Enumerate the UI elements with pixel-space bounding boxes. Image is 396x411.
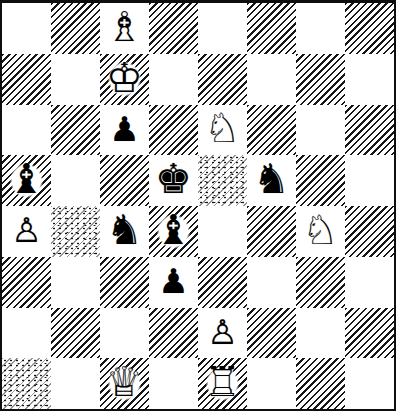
piece-halo: ♟ xyxy=(149,257,198,308)
square-d7[interactable] xyxy=(149,54,198,105)
square-h6[interactable] xyxy=(345,105,394,156)
square-f4[interactable] xyxy=(247,206,296,257)
white-queen-piece[interactable]: ♕ xyxy=(106,362,143,403)
white-king-piece[interactable]: ♔ xyxy=(106,58,143,99)
piece-halo: ♗ xyxy=(100,3,149,54)
square-c2[interactable] xyxy=(100,308,149,359)
square-a4[interactable]: ♙ xyxy=(2,206,51,257)
piece-halo: ♝ xyxy=(5,158,48,204)
square-b1[interactable] xyxy=(51,358,100,409)
square-d4[interactable]: ♝ xyxy=(149,206,198,257)
piece-halo: ♘ xyxy=(198,105,247,156)
white-bishop-piece[interactable]: ♗ xyxy=(106,7,143,48)
black-king-piece[interactable]: ♚ xyxy=(155,159,192,200)
piece-halo: ♙ xyxy=(2,206,51,257)
square-d6[interactable] xyxy=(149,105,198,156)
square-e3[interactable] xyxy=(198,257,247,308)
square-e7[interactable] xyxy=(198,54,247,105)
square-e8[interactable] xyxy=(198,3,247,54)
piece-halo: ♞ xyxy=(100,206,149,257)
square-g1[interactable] xyxy=(296,358,345,409)
square-g7[interactable] xyxy=(296,54,345,105)
square-d1[interactable] xyxy=(149,358,198,409)
white-knight-piece[interactable]: ♘ xyxy=(302,210,339,251)
black-knight-piece[interactable]: ♞ xyxy=(106,210,143,251)
square-g4[interactable]: ♘ xyxy=(296,206,345,257)
black-pawn-piece[interactable]: ♟ xyxy=(109,112,139,146)
chess-diagram: ♗♔♟♘♝♚♞♙♞♝♘♟♙♕♖ xyxy=(0,0,396,411)
black-knight-piece[interactable]: ♞ xyxy=(253,159,290,200)
black-bishop-piece[interactable]: ♝ xyxy=(8,159,45,200)
square-e2[interactable]: ♙ xyxy=(198,308,247,359)
square-h1[interactable] xyxy=(345,358,394,409)
square-f7[interactable] xyxy=(247,54,296,105)
square-e1[interactable]: ♖ xyxy=(198,358,247,409)
square-f3[interactable] xyxy=(247,257,296,308)
square-c5[interactable] xyxy=(100,155,149,206)
square-b4[interactable] xyxy=(51,206,100,257)
piece-halo: ♝ xyxy=(152,209,195,255)
piece-halo: ♞ xyxy=(247,155,296,206)
square-c3[interactable] xyxy=(100,257,149,308)
square-f8[interactable] xyxy=(247,3,296,54)
square-a3[interactable] xyxy=(2,257,51,308)
square-d5[interactable]: ♚ xyxy=(149,155,198,206)
square-h4[interactable] xyxy=(345,206,394,257)
piece-halo: ♕ xyxy=(103,361,146,407)
chess-board: ♗♔♟♘♝♚♞♙♞♝♘♟♙♕♖ xyxy=(0,0,396,411)
square-f6[interactable] xyxy=(247,105,296,156)
square-c8[interactable]: ♗ xyxy=(100,3,149,54)
square-h3[interactable] xyxy=(345,257,394,308)
square-h2[interactable] xyxy=(345,308,394,359)
square-b7[interactable] xyxy=(51,54,100,105)
piece-halo: ♟ xyxy=(100,105,149,156)
piece-halo: ♘ xyxy=(296,206,345,257)
square-a8[interactable] xyxy=(2,3,51,54)
square-b3[interactable] xyxy=(51,257,100,308)
square-b6[interactable] xyxy=(51,105,100,156)
square-e6[interactable]: ♘ xyxy=(198,105,247,156)
square-d3[interactable]: ♟ xyxy=(149,257,198,308)
square-c1[interactable]: ♕ xyxy=(100,358,149,409)
square-f5[interactable]: ♞ xyxy=(247,155,296,206)
square-g8[interactable] xyxy=(296,3,345,54)
square-b5[interactable] xyxy=(51,155,100,206)
white-knight-piece[interactable]: ♘ xyxy=(204,108,241,149)
piece-halo: ♖ xyxy=(201,361,244,407)
square-b8[interactable] xyxy=(51,3,100,54)
square-f1[interactable] xyxy=(247,358,296,409)
square-b2[interactable] xyxy=(51,308,100,359)
square-c6[interactable]: ♟ xyxy=(100,105,149,156)
square-c7[interactable]: ♔ xyxy=(100,54,149,105)
white-rook-piece[interactable]: ♖ xyxy=(204,362,241,403)
square-d8[interactable] xyxy=(149,3,198,54)
piece-halo: ♙ xyxy=(198,308,247,359)
square-h8[interactable] xyxy=(345,3,394,54)
piece-halo: ♔ xyxy=(103,56,146,102)
square-e5[interactable] xyxy=(198,155,247,206)
white-pawn-piece[interactable]: ♙ xyxy=(207,315,237,349)
square-c4[interactable]: ♞ xyxy=(100,206,149,257)
square-a6[interactable] xyxy=(2,105,51,156)
square-a1[interactable] xyxy=(2,358,51,409)
white-pawn-piece[interactable]: ♙ xyxy=(11,213,41,247)
square-h5[interactable] xyxy=(345,155,394,206)
square-f2[interactable] xyxy=(247,308,296,359)
square-g6[interactable] xyxy=(296,105,345,156)
piece-halo: ♚ xyxy=(149,155,198,206)
black-pawn-piece[interactable]: ♟ xyxy=(158,264,188,298)
square-a7[interactable] xyxy=(2,54,51,105)
square-a5[interactable]: ♝ xyxy=(2,155,51,206)
square-g5[interactable] xyxy=(296,155,345,206)
square-h7[interactable] xyxy=(345,54,394,105)
square-g3[interactable] xyxy=(296,257,345,308)
square-g2[interactable] xyxy=(296,308,345,359)
square-a2[interactable] xyxy=(2,308,51,359)
square-d2[interactable] xyxy=(149,308,198,359)
black-bishop-piece[interactable]: ♝ xyxy=(155,210,192,251)
square-e4[interactable] xyxy=(198,206,247,257)
